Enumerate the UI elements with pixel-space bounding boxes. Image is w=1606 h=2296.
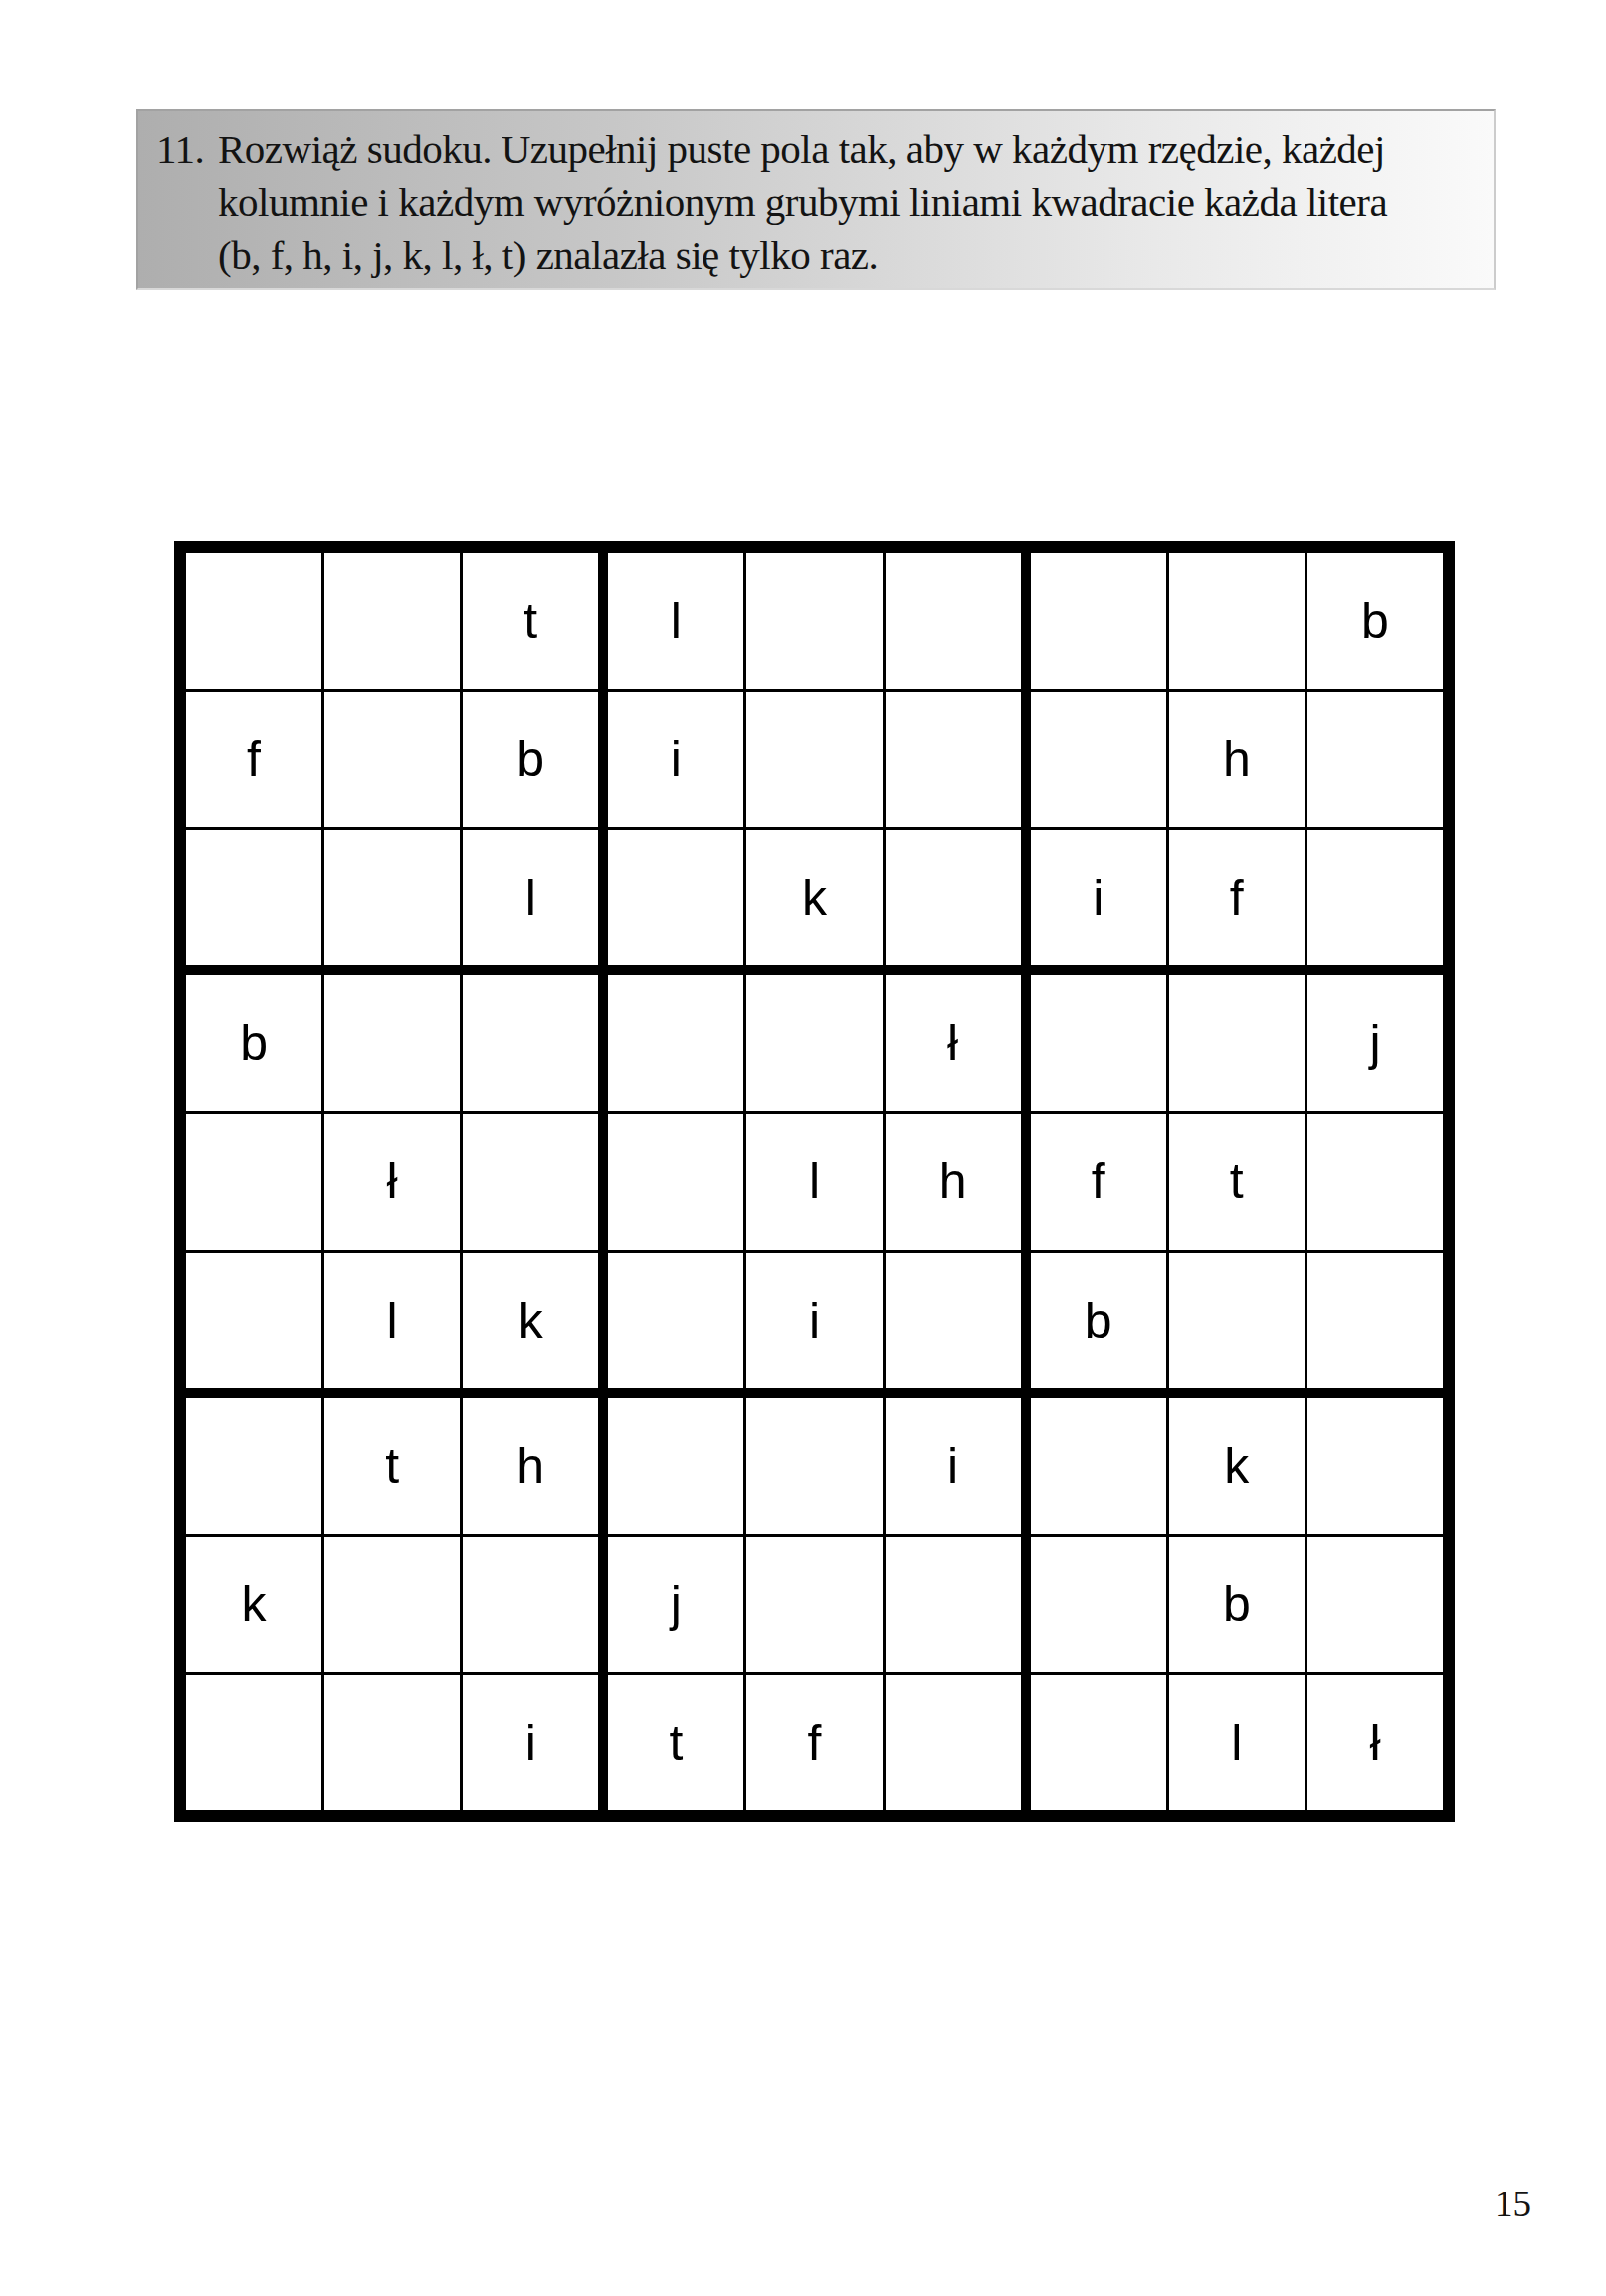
page-number: 15 (1495, 2185, 1531, 2224)
sudoku-box-top-right: b h i f (1031, 553, 1443, 965)
cell-r7c1[interactable] (186, 1398, 321, 1534)
cell-r9c3: i (463, 1675, 598, 1810)
sudoku-box-bottom-right: k b l ł (1031, 1398, 1443, 1810)
cell-r4c7[interactable] (1031, 975, 1166, 1111)
cell-r9c6[interactable] (886, 1675, 1021, 1810)
cell-r1c7[interactable] (1031, 553, 1166, 689)
cell-r1c3: t (463, 553, 598, 689)
cell-r7c7[interactable] (1031, 1398, 1166, 1534)
sudoku-box-top-middle: l i k (608, 553, 1020, 965)
cell-r5c9[interactable] (1307, 1114, 1443, 1249)
cell-r3c1[interactable] (186, 830, 321, 965)
cell-r1c6[interactable] (886, 553, 1021, 689)
cell-r5c8: t (1169, 1114, 1305, 1249)
cell-r9c9: ł (1307, 1675, 1443, 1810)
sudoku-box-middle-right: j f t b (1031, 975, 1443, 1387)
cell-r1c9: b (1307, 553, 1443, 689)
cell-r8c6[interactable] (886, 1537, 1021, 1672)
cell-r9c1[interactable] (186, 1675, 321, 1810)
cell-r3c9[interactable] (1307, 830, 1443, 965)
task-instruction-box: 11. Rozwiąż sudoku. Uzupełnij puste pola… (136, 109, 1496, 290)
cell-r3c8: f (1169, 830, 1305, 965)
cell-r6c2: l (324, 1253, 460, 1388)
cell-r3c5: k (746, 830, 882, 965)
cell-r8c8: b (1169, 1537, 1305, 1672)
cell-r2c7[interactable] (1031, 692, 1166, 827)
cell-r1c8[interactable] (1169, 553, 1305, 689)
cell-r8c3[interactable] (463, 1537, 598, 1672)
cell-r4c1: b (186, 975, 321, 1111)
cell-r6c4[interactable] (608, 1253, 743, 1388)
cell-r8c2[interactable] (324, 1537, 460, 1672)
cell-r9c8: l (1169, 1675, 1305, 1810)
cell-r7c2: t (324, 1398, 460, 1534)
sudoku-box-middle-left: b ł l k (186, 975, 598, 1387)
cell-r6c9[interactable] (1307, 1253, 1443, 1388)
cell-r3c3: l (463, 830, 598, 965)
cell-r8c4: j (608, 1537, 743, 1672)
cell-r6c5: i (746, 1253, 882, 1388)
cell-r5c1[interactable] (186, 1114, 321, 1249)
sudoku-board: t f b l l i k b h i f (174, 541, 1455, 1822)
sudoku-box-top-left: t f b l (186, 553, 598, 965)
cell-r2c1: f (186, 692, 321, 827)
cell-r9c4: t (608, 1675, 743, 1810)
cell-r6c8[interactable] (1169, 1253, 1305, 1388)
cell-r2c3: b (463, 692, 598, 827)
worksheet-page: 11. Rozwiąż sudoku. Uzupełnij puste pola… (0, 0, 1606, 2296)
cell-r4c6: ł (886, 975, 1021, 1111)
cell-r8c9[interactable] (1307, 1537, 1443, 1672)
cell-r4c5[interactable] (746, 975, 882, 1111)
cell-r1c2[interactable] (324, 553, 460, 689)
cell-r1c4: l (608, 553, 743, 689)
cell-r6c1[interactable] (186, 1253, 321, 1388)
cell-r2c4: i (608, 692, 743, 827)
cell-r8c5[interactable] (746, 1537, 882, 1672)
cell-r8c1: k (186, 1537, 321, 1672)
task-instruction-text: Rozwiąż sudoku. Uzupełnij puste pola tak… (218, 123, 1476, 282)
sudoku-box-bottom-left: t h k i (186, 1398, 598, 1810)
cell-r4c8[interactable] (1169, 975, 1305, 1111)
cell-r5c2: ł (324, 1114, 460, 1249)
task-instruction-line-2: kolumnie i każdym wyróżnionym grubymi li… (218, 176, 1476, 229)
cell-r9c2[interactable] (324, 1675, 460, 1810)
cell-r7c8: k (1169, 1398, 1305, 1534)
cell-r4c9: j (1307, 975, 1443, 1111)
cell-r5c3[interactable] (463, 1114, 598, 1249)
cell-r6c6[interactable] (886, 1253, 1021, 1388)
task-instruction-line-3: (b, f, h, i, j, k, l, ł, t) znalazła się… (218, 229, 1476, 282)
cell-r5c5: l (746, 1114, 882, 1249)
sudoku-box-bottom-middle: i j t f (608, 1398, 1020, 1810)
cell-r9c5: f (746, 1675, 882, 1810)
cell-r5c4[interactable] (608, 1114, 743, 1249)
cell-r3c2[interactable] (324, 830, 460, 965)
task-instruction-line-1: Rozwiąż sudoku. Uzupełnij puste pola tak… (218, 123, 1476, 176)
cell-r6c3: k (463, 1253, 598, 1388)
cell-r7c9[interactable] (1307, 1398, 1443, 1534)
cell-r7c6: i (886, 1398, 1021, 1534)
cell-r1c5[interactable] (746, 553, 882, 689)
cell-r7c3: h (463, 1398, 598, 1534)
cell-r5c7: f (1031, 1114, 1166, 1249)
cell-r7c5[interactable] (746, 1398, 882, 1534)
cell-r5c6: h (886, 1114, 1021, 1249)
cell-r4c4[interactable] (608, 975, 743, 1111)
cell-r4c2[interactable] (324, 975, 460, 1111)
cell-r3c7: i (1031, 830, 1166, 965)
cell-r2c6[interactable] (886, 692, 1021, 827)
cell-r6c7: b (1031, 1253, 1166, 1388)
cell-r3c4[interactable] (608, 830, 743, 965)
cell-r4c3[interactable] (463, 975, 598, 1111)
sudoku-box-middle-middle: ł l h i (608, 975, 1020, 1387)
cell-r2c9[interactable] (1307, 692, 1443, 827)
cell-r2c5[interactable] (746, 692, 882, 827)
cell-r8c7[interactable] (1031, 1537, 1166, 1672)
cell-r3c6[interactable] (886, 830, 1021, 965)
cell-r7c4[interactable] (608, 1398, 743, 1534)
task-number: 11. (156, 123, 218, 282)
cell-r9c7[interactable] (1031, 1675, 1166, 1810)
cell-r1c1[interactable] (186, 553, 321, 689)
cell-r2c2[interactable] (324, 692, 460, 827)
cell-r2c8: h (1169, 692, 1305, 827)
